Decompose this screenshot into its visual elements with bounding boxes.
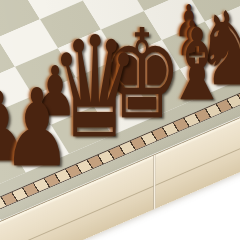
- fold-seam: [153, 155, 156, 210]
- chess-set-photo: ♟♟♟♛♝♚♝♞♟♟: [0, 0, 240, 240]
- chess-piece-pawn: ♟: [3, 75, 72, 182]
